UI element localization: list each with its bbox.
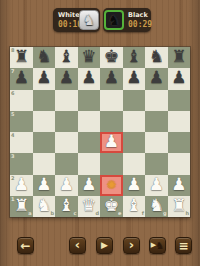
white-knight-icon: ♞ bbox=[79, 10, 99, 30]
next-move-button[interactable]: › bbox=[123, 237, 140, 254]
play-icon: ▶ bbox=[101, 241, 108, 250]
black-king: ♚ bbox=[104, 48, 119, 65]
square-c7[interactable]: ♟ bbox=[55, 68, 78, 89]
square-f4[interactable] bbox=[123, 132, 146, 153]
square-f7[interactable]: ♟ bbox=[123, 68, 146, 89]
rank-label-3: 3 bbox=[11, 154, 14, 159]
square-a1[interactable]: 1a♜ bbox=[10, 196, 33, 217]
chevron-right-icon: › bbox=[129, 238, 134, 251]
black-pawn: ♟ bbox=[149, 69, 164, 86]
square-h6[interactable] bbox=[168, 90, 191, 111]
square-c8[interactable]: ♝ bbox=[55, 47, 78, 68]
square-d7[interactable]: ♟ bbox=[78, 68, 101, 89]
chess-app-screen: White 00:10 ♞ ♞ Black 00:29 8♜♞♝♛♚♝♞♜7♟♟… bbox=[0, 0, 200, 266]
square-e2[interactable]: ✺ bbox=[100, 175, 123, 196]
white-pawn: ♟ bbox=[14, 176, 29, 193]
white-player-name: White bbox=[58, 11, 75, 20]
back-button[interactable]: ← bbox=[17, 237, 34, 254]
white-pawn: ♟ bbox=[171, 176, 186, 193]
square-b3[interactable] bbox=[33, 153, 56, 174]
square-g5[interactable] bbox=[145, 111, 168, 132]
black-knight-icon: ♞ bbox=[104, 10, 124, 30]
square-d8[interactable]: ♛ bbox=[78, 47, 101, 68]
square-f8[interactable]: ♝ bbox=[123, 47, 146, 68]
black-pawn: ♟ bbox=[126, 69, 141, 86]
square-d6[interactable] bbox=[78, 90, 101, 111]
square-a7[interactable]: 7♟ bbox=[10, 68, 33, 89]
chevron-left-icon: ‹ bbox=[75, 238, 80, 251]
square-c6[interactable] bbox=[55, 90, 78, 111]
square-e3[interactable] bbox=[100, 153, 123, 174]
square-f2[interactable]: ♟ bbox=[123, 175, 146, 196]
previous-move-button[interactable]: ‹ bbox=[69, 237, 86, 254]
white-pawn: ♟ bbox=[104, 133, 119, 150]
square-h1[interactable]: h♜ bbox=[168, 196, 191, 217]
square-d1[interactable]: d♛ bbox=[78, 196, 101, 217]
square-g2[interactable]: ♟ bbox=[145, 175, 168, 196]
square-e1[interactable]: e♚ bbox=[100, 196, 123, 217]
square-d3[interactable] bbox=[78, 153, 101, 174]
square-a6[interactable]: 6 bbox=[10, 90, 33, 111]
square-g6[interactable] bbox=[145, 90, 168, 111]
back-arrow-icon: ← bbox=[20, 240, 30, 252]
square-b7[interactable]: ♟ bbox=[33, 68, 56, 89]
menu-button[interactable]: ≡ bbox=[175, 237, 192, 254]
black-player-name: Black bbox=[128, 11, 146, 20]
black-knight: ♞ bbox=[149, 48, 164, 65]
square-f5[interactable] bbox=[123, 111, 146, 132]
black-pawn: ♟ bbox=[36, 69, 51, 86]
square-a5[interactable]: 5 bbox=[10, 111, 33, 132]
square-h4[interactable] bbox=[168, 132, 191, 153]
play-from-here-button[interactable]: ▶♞ bbox=[149, 237, 166, 254]
square-f1[interactable]: f♝ bbox=[123, 196, 146, 217]
square-b1[interactable]: b♞ bbox=[33, 196, 56, 217]
square-h3[interactable] bbox=[168, 153, 191, 174]
square-e8[interactable]: ♚ bbox=[100, 47, 123, 68]
white-bishop: ♝ bbox=[126, 197, 141, 214]
file-label-c: c bbox=[74, 211, 77, 216]
rank-label-5: 5 bbox=[11, 112, 14, 117]
black-pawn: ♟ bbox=[81, 69, 96, 86]
square-d2[interactable]: ♟ bbox=[78, 175, 101, 196]
black-bishop: ♝ bbox=[126, 48, 141, 65]
square-g4[interactable] bbox=[145, 132, 168, 153]
last-move-origin-icon: ✺ bbox=[106, 179, 116, 191]
white-player-clock: 00:10 bbox=[58, 20, 75, 29]
black-pawn: ♟ bbox=[171, 69, 186, 86]
square-d4[interactable] bbox=[78, 132, 101, 153]
menu-icon: ≡ bbox=[178, 240, 188, 252]
white-rook: ♜ bbox=[171, 197, 186, 214]
white-player-panel: White 00:10 ♞ bbox=[53, 8, 100, 32]
white-pawn: ♟ bbox=[59, 176, 74, 193]
square-c3[interactable] bbox=[55, 153, 78, 174]
white-rook: ♜ bbox=[14, 197, 29, 214]
square-e7[interactable]: ♟ bbox=[100, 68, 123, 89]
rank-label-4: 4 bbox=[11, 133, 14, 138]
black-rook: ♜ bbox=[171, 48, 186, 65]
square-g3[interactable] bbox=[145, 153, 168, 174]
chess-board: 8♜♞♝♛♚♝♞♜7♟♟♟♟♟♟♟♟654♟32♟♟♟♟✺♟♟♟1a♜b♞c♝d… bbox=[10, 47, 190, 217]
square-h5[interactable] bbox=[168, 111, 191, 132]
square-e5[interactable] bbox=[100, 111, 123, 132]
black-player-clock: 00:29 bbox=[128, 20, 146, 29]
square-c1[interactable]: c♝ bbox=[55, 196, 78, 217]
black-rook: ♜ bbox=[14, 48, 29, 65]
square-b2[interactable]: ♟ bbox=[33, 175, 56, 196]
white-knight: ♞ bbox=[36, 197, 51, 214]
square-f6[interactable] bbox=[123, 90, 146, 111]
play-button[interactable]: ▶ bbox=[96, 237, 113, 254]
black-queen: ♛ bbox=[81, 48, 96, 65]
white-pawn: ♟ bbox=[126, 176, 141, 193]
black-player-panel: ♞ Black 00:29 bbox=[103, 8, 151, 32]
square-g1[interactable]: g♞ bbox=[145, 196, 168, 217]
square-e4[interactable]: ♟ bbox=[100, 132, 123, 153]
white-queen: ♛ bbox=[81, 197, 96, 214]
square-a8[interactable]: 8♜ bbox=[10, 47, 33, 68]
mini-knight-icon: ♞ bbox=[155, 241, 164, 251]
square-e6[interactable] bbox=[100, 90, 123, 111]
white-pawn: ♟ bbox=[149, 176, 164, 193]
white-king: ♚ bbox=[104, 197, 119, 214]
square-g8[interactable]: ♞ bbox=[145, 47, 168, 68]
square-h8[interactable]: ♜ bbox=[168, 47, 191, 68]
square-b8[interactable]: ♞ bbox=[33, 47, 56, 68]
white-pawn: ♟ bbox=[36, 176, 51, 193]
square-c5[interactable] bbox=[55, 111, 78, 132]
square-a2[interactable]: 2♟ bbox=[10, 175, 33, 196]
white-knight: ♞ bbox=[149, 197, 164, 214]
black-pawn: ♟ bbox=[59, 69, 74, 86]
square-b6[interactable] bbox=[33, 90, 56, 111]
square-b4[interactable] bbox=[33, 132, 56, 153]
black-bishop: ♝ bbox=[59, 48, 74, 65]
rank-label-6: 6 bbox=[11, 91, 14, 96]
square-d5[interactable] bbox=[78, 111, 101, 132]
square-h7[interactable]: ♟ bbox=[168, 68, 191, 89]
square-f3[interactable] bbox=[123, 153, 146, 174]
square-h2[interactable]: ♟ bbox=[168, 175, 191, 196]
white-bishop: ♝ bbox=[59, 197, 74, 214]
square-a4[interactable]: 4 bbox=[10, 132, 33, 153]
white-player-info: White 00:10 bbox=[54, 11, 79, 29]
square-g7[interactable]: ♟ bbox=[145, 68, 168, 89]
square-a3[interactable]: 3 bbox=[10, 153, 33, 174]
square-c4[interactable] bbox=[55, 132, 78, 153]
black-knight: ♞ bbox=[36, 48, 51, 65]
square-b5[interactable] bbox=[33, 111, 56, 132]
black-pawn: ♟ bbox=[104, 69, 119, 86]
square-c2[interactable]: ♟ bbox=[55, 175, 78, 196]
black-pawn: ♟ bbox=[14, 69, 29, 86]
white-pawn: ♟ bbox=[81, 176, 96, 193]
black-player-info: Black 00:29 bbox=[124, 11, 150, 29]
file-label-f: f bbox=[142, 211, 144, 216]
